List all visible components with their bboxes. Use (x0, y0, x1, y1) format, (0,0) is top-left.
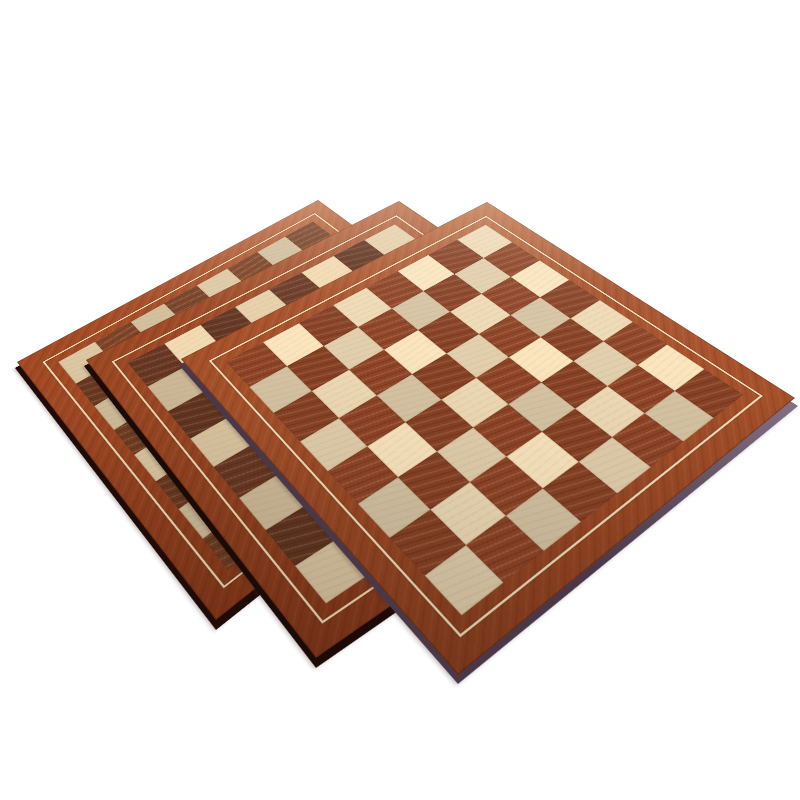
product-photo-scene (0, 0, 800, 800)
